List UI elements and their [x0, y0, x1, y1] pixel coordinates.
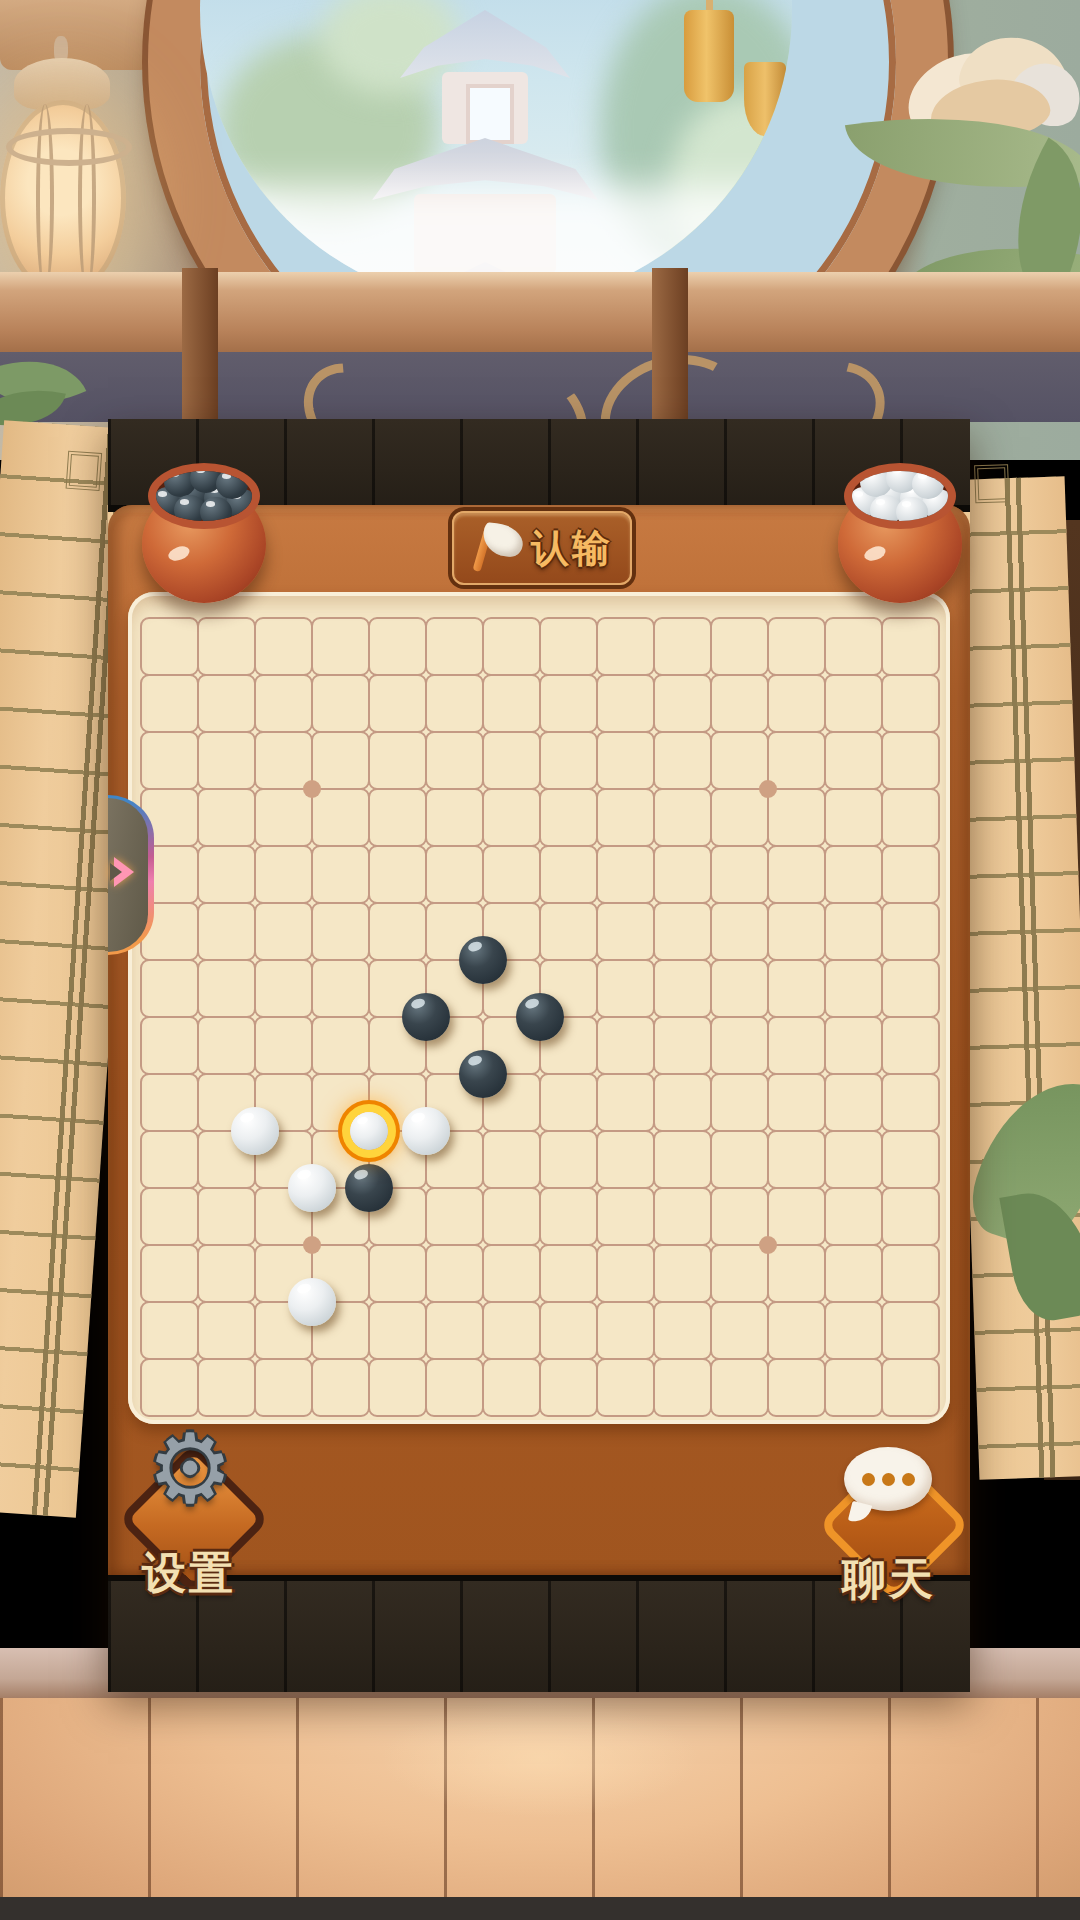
- board-cell[interactable]: [197, 674, 256, 733]
- board-cell[interactable]: [710, 1016, 769, 1075]
- board-cell[interactable]: [596, 959, 655, 1018]
- board-cell[interactable]: [653, 1016, 712, 1075]
- board-cell[interactable]: [596, 674, 655, 733]
- board-cell[interactable]: [596, 617, 655, 676]
- board-cell[interactable]: [197, 731, 256, 790]
- board-cell[interactable]: [254, 617, 313, 676]
- board-cell[interactable]: [881, 1187, 940, 1246]
- board-cell[interactable]: [368, 902, 427, 961]
- board-cell[interactable]: [482, 617, 541, 676]
- flag-cloth: [481, 522, 524, 558]
- board-cell[interactable]: [140, 1187, 199, 1246]
- board-cell[interactable]: [653, 1130, 712, 1189]
- settings-button[interactable]: ⚙ 设置: [114, 1433, 264, 1603]
- board-cell[interactable]: [710, 788, 769, 847]
- floor-light-glow: [380, 1698, 700, 1818]
- board-cell[interactable]: [767, 1244, 826, 1303]
- board-cell[interactable]: [140, 1016, 199, 1075]
- star-point: [303, 1236, 321, 1254]
- board-cell[interactable]: [140, 731, 199, 790]
- board-cell[interactable]: [596, 1073, 655, 1132]
- board-cell[interactable]: [596, 1130, 655, 1189]
- board-cell[interactable]: [596, 1016, 655, 1075]
- board-cell[interactable]: [311, 731, 370, 790]
- board-cell[interactable]: [881, 1358, 940, 1417]
- board-cell[interactable]: [140, 674, 199, 733]
- board-cell[interactable]: [767, 1358, 826, 1417]
- board-cell[interactable]: [254, 731, 313, 790]
- board-cell[interactable]: [425, 1244, 484, 1303]
- board-cell[interactable]: [767, 902, 826, 961]
- board-cell[interactable]: [140, 1244, 199, 1303]
- board-cell[interactable]: [710, 1301, 769, 1360]
- settings-label: 设置: [114, 1544, 264, 1603]
- board-cell[interactable]: [425, 1301, 484, 1360]
- board-cell[interactable]: [881, 731, 940, 790]
- board-cell[interactable]: [653, 845, 712, 904]
- board-cell[interactable]: [425, 845, 484, 904]
- board-cell[interactable]: [881, 617, 940, 676]
- board-cell[interactable]: [710, 1244, 769, 1303]
- board-cell[interactable]: [824, 1130, 883, 1189]
- black-stone: [459, 936, 507, 984]
- board-cell[interactable]: [482, 1187, 541, 1246]
- board-cell[interactable]: [425, 1187, 484, 1246]
- board-cell[interactable]: [311, 1358, 370, 1417]
- board-cell[interactable]: [824, 617, 883, 676]
- board-cell[interactable]: [311, 845, 370, 904]
- board-cell[interactable]: [653, 674, 712, 733]
- white-stone: [402, 1107, 450, 1155]
- board-cell[interactable]: [197, 1301, 256, 1360]
- board-cell[interactable]: [596, 1244, 655, 1303]
- board-cell[interactable]: [881, 1016, 940, 1075]
- board-cell[interactable]: [824, 1073, 883, 1132]
- goban-corner-motif: [66, 451, 103, 491]
- board-cell[interactable]: [539, 1130, 598, 1189]
- board-cell[interactable]: [767, 845, 826, 904]
- board-grid[interactable]: [141, 618, 939, 1416]
- board-cell[interactable]: [425, 1358, 484, 1417]
- board-cell[interactable]: [653, 1073, 712, 1132]
- board-cell[interactable]: [197, 1244, 256, 1303]
- board-cell[interactable]: [653, 788, 712, 847]
- goban-border-lines: [1003, 478, 1058, 1478]
- black-stone: [345, 1164, 393, 1212]
- pagoda-window: [466, 84, 514, 144]
- gomoku-board[interactable]: [128, 592, 950, 1424]
- bowl-black-stones: [156, 471, 252, 521]
- board-cell[interactable]: [368, 674, 427, 733]
- board-cell[interactable]: [425, 788, 484, 847]
- resign-label: 认输: [531, 523, 613, 574]
- board-cell[interactable]: [767, 674, 826, 733]
- black-stone: [402, 993, 450, 1041]
- board-cell[interactable]: [881, 845, 940, 904]
- board-cell[interactable]: [368, 845, 427, 904]
- board-cell[interactable]: [368, 731, 427, 790]
- board-cell[interactable]: [767, 1073, 826, 1132]
- board-cell[interactable]: [596, 1358, 655, 1417]
- board-cell[interactable]: [824, 845, 883, 904]
- goban-corner-motif: [974, 464, 1009, 503]
- bowl-white-stones: [852, 471, 948, 521]
- board-cell[interactable]: [596, 1187, 655, 1246]
- board-cell[interactable]: [824, 1301, 883, 1360]
- board-cell[interactable]: [197, 1358, 256, 1417]
- game-screen: 认输 ⚙ 设置 聊天: [108, 419, 970, 1686]
- star-point: [303, 780, 321, 798]
- board-cell[interactable]: [539, 1244, 598, 1303]
- board-cell[interactable]: [425, 617, 484, 676]
- bubble-dot: [862, 1473, 875, 1486]
- bubble-dot: [882, 1473, 895, 1486]
- board-cell[interactable]: [140, 1130, 199, 1189]
- wooden-post: [652, 268, 688, 424]
- board-cell[interactable]: [710, 731, 769, 790]
- board-cell[interactable]: [482, 1244, 541, 1303]
- board-cell[interactable]: [767, 617, 826, 676]
- board-cell[interactable]: [197, 902, 256, 961]
- board-cell[interactable]: [596, 845, 655, 904]
- board-cell[interactable]: [653, 902, 712, 961]
- board-cell[interactable]: [824, 788, 883, 847]
- bubble-dot: [902, 1473, 915, 1486]
- board-cell[interactable]: [482, 845, 541, 904]
- board-cell[interactable]: [824, 1187, 883, 1246]
- board-cell[interactable]: [311, 674, 370, 733]
- white-stone-bowl: [836, 455, 964, 605]
- board-cell[interactable]: [311, 617, 370, 676]
- black-stone: [459, 1050, 507, 1098]
- wind-chime-bell-small: [744, 62, 786, 136]
- board-cell[interactable]: [140, 1358, 199, 1417]
- board-cell[interactable]: [539, 1187, 598, 1246]
- board-cell[interactable]: [767, 731, 826, 790]
- board-cell[interactable]: [482, 674, 541, 733]
- bowl-stone: [200, 497, 232, 521]
- board-cell[interactable]: [881, 902, 940, 961]
- board-cell[interactable]: [197, 617, 256, 676]
- board-cell[interactable]: [596, 731, 655, 790]
- board-cell[interactable]: [881, 1244, 940, 1303]
- board-cell[interactable]: [767, 1187, 826, 1246]
- board-cell[interactable]: [368, 1358, 427, 1417]
- star-point: [759, 1236, 777, 1254]
- side-drawer-tab[interactable]: [108, 795, 154, 955]
- board-cell[interactable]: [824, 731, 883, 790]
- board-cell[interactable]: [197, 959, 256, 1018]
- board-cell[interactable]: [482, 731, 541, 790]
- window-sill: [0, 272, 1080, 356]
- board-cell[interactable]: [539, 1301, 598, 1360]
- board-cell[interactable]: [254, 902, 313, 961]
- board-cell[interactable]: [824, 959, 883, 1018]
- board-cell[interactable]: [539, 617, 598, 676]
- board-cell[interactable]: [482, 788, 541, 847]
- board-cell[interactable]: [197, 845, 256, 904]
- board-cell[interactable]: [539, 1358, 598, 1417]
- board-cell[interactable]: [881, 674, 940, 733]
- board-cell[interactable]: [539, 902, 598, 961]
- board-cell[interactable]: [254, 845, 313, 904]
- chat-button[interactable]: 聊天: [814, 1439, 964, 1609]
- board-cell[interactable]: [596, 788, 655, 847]
- board-cell[interactable]: [653, 1301, 712, 1360]
- speech-bubble-icon: [844, 1447, 932, 1511]
- black-stone-bowl: [140, 455, 268, 605]
- board-cell[interactable]: [254, 1358, 313, 1417]
- board-cell[interactable]: [311, 788, 370, 847]
- board-cell[interactable]: [368, 1301, 427, 1360]
- board-cell[interactable]: [824, 674, 883, 733]
- board-cell[interactable]: [539, 731, 598, 790]
- board-cell[interactable]: [254, 1016, 313, 1075]
- board-cell[interactable]: [653, 1358, 712, 1417]
- wooden-post: [182, 268, 218, 424]
- board-cell[interactable]: [482, 1301, 541, 1360]
- board-cell[interactable]: [482, 1130, 541, 1189]
- board-cell[interactable]: [881, 1073, 940, 1132]
- gear-icon: ⚙: [132, 1411, 248, 1527]
- board-cell[interactable]: [140, 959, 199, 1018]
- black-stone: [516, 993, 564, 1041]
- board-cell[interactable]: [710, 1358, 769, 1417]
- board-cell[interactable]: [881, 788, 940, 847]
- board-cell[interactable]: [710, 674, 769, 733]
- board-cell[interactable]: [653, 1187, 712, 1246]
- white-flag-icon: [471, 522, 523, 574]
- board-cell[interactable]: [197, 788, 256, 847]
- board-cell[interactable]: [824, 1244, 883, 1303]
- board-cell[interactable]: [767, 1130, 826, 1189]
- board-cell[interactable]: [140, 1301, 199, 1360]
- window-scene: [200, 0, 792, 306]
- board-cell[interactable]: [596, 1301, 655, 1360]
- chat-label: 聊天: [814, 1550, 964, 1609]
- board-cell[interactable]: [482, 1358, 541, 1417]
- board-cell[interactable]: [824, 1358, 883, 1417]
- white-stone: [288, 1278, 336, 1326]
- board-cell[interactable]: [311, 959, 370, 1018]
- board-cell[interactable]: [824, 902, 883, 961]
- board-cell[interactable]: [539, 845, 598, 904]
- star-point: [759, 780, 777, 798]
- board-cell[interactable]: [653, 959, 712, 1018]
- board-cell[interactable]: [425, 731, 484, 790]
- board-cell[interactable]: [197, 1187, 256, 1246]
- white-stone: [231, 1107, 279, 1155]
- board-cell[interactable]: [710, 902, 769, 961]
- board-cell[interactable]: [197, 1016, 256, 1075]
- board-cell[interactable]: [767, 959, 826, 1018]
- board-cell[interactable]: [140, 617, 199, 676]
- board-cell[interactable]: [653, 1244, 712, 1303]
- board-cell[interactable]: [881, 1301, 940, 1360]
- board-cell[interactable]: [710, 1187, 769, 1246]
- board-cell[interactable]: [368, 788, 427, 847]
- board-cell[interactable]: [767, 1301, 826, 1360]
- board-cell[interactable]: [881, 1130, 940, 1189]
- board-cell[interactable]: [368, 1244, 427, 1303]
- board-cell[interactable]: [710, 959, 769, 1018]
- bowl-stone: [896, 497, 928, 521]
- board-cell[interactable]: [539, 674, 598, 733]
- board-cell[interactable]: [767, 1016, 826, 1075]
- board-cell[interactable]: [596, 902, 655, 961]
- board-cell[interactable]: [710, 617, 769, 676]
- board-cell[interactable]: [710, 845, 769, 904]
- board-cell[interactable]: [824, 1016, 883, 1075]
- board-cell[interactable]: [653, 617, 712, 676]
- board-cell[interactable]: [368, 617, 427, 676]
- resign-button[interactable]: 认输: [452, 511, 632, 585]
- white-stone: [288, 1164, 336, 1212]
- wind-chime-bell-large: [684, 10, 734, 102]
- board-cell[interactable]: [254, 788, 313, 847]
- board-cell[interactable]: [653, 731, 712, 790]
- chevron-right-icon: [114, 857, 134, 887]
- last-move-white-stone: [350, 1112, 388, 1150]
- board-cell[interactable]: [254, 674, 313, 733]
- lantern-band: [6, 128, 132, 166]
- board-cell[interactable]: [311, 902, 370, 961]
- board-cell[interactable]: [254, 959, 313, 1018]
- board-cell[interactable]: [539, 1073, 598, 1132]
- board-cell[interactable]: [539, 788, 598, 847]
- board-cell[interactable]: [881, 959, 940, 1018]
- board-cell[interactable]: [311, 1016, 370, 1075]
- floor-shadow-strip: [0, 1897, 1080, 1920]
- pagoda-body-top: [442, 72, 528, 144]
- board-cell[interactable]: [140, 1073, 199, 1132]
- board-cell[interactable]: [767, 788, 826, 847]
- board-cell[interactable]: [710, 1130, 769, 1189]
- board-cell[interactable]: [710, 1073, 769, 1132]
- board-cell[interactable]: [425, 674, 484, 733]
